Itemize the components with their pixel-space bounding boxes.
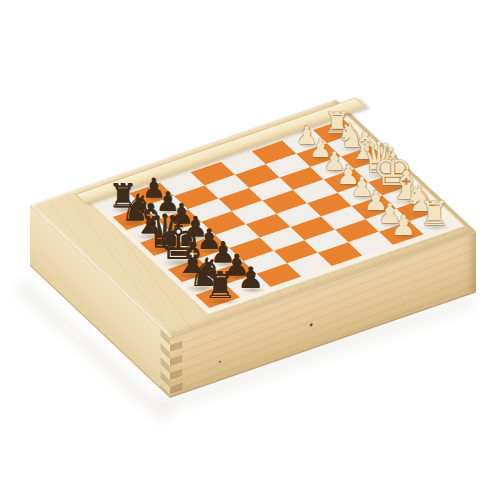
finger-joint-left xyxy=(160,329,169,396)
chess-set-photo: ♜♞♝♛♚♝♞♜♟♟♟♟♟♟♟♟♟♟♟♟♟♟♟♟♜♞♝♛♚♝♞♜ xyxy=(0,0,500,500)
wood-knot-dot xyxy=(219,360,221,363)
wood-knot-dot xyxy=(310,323,313,327)
finger-joint-right xyxy=(170,334,182,396)
